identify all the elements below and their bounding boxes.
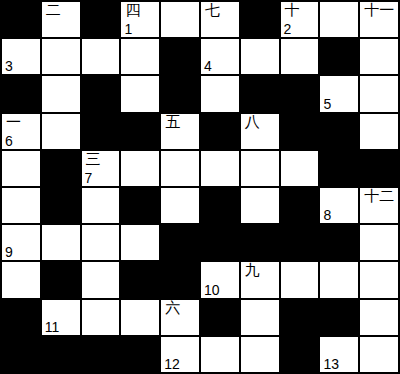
cell-r3c1 xyxy=(2,76,40,111)
cell-r3c7 xyxy=(241,76,279,111)
down-clue-number-cn: 三 xyxy=(86,151,101,168)
cell-r9c4[interactable] xyxy=(121,300,159,335)
cell-r5c6[interactable] xyxy=(201,151,239,186)
cell-r9c6 xyxy=(201,300,239,335)
cell-r6c9[interactable]: 8 xyxy=(320,188,358,223)
down-clue-number-cn: 七 xyxy=(205,2,220,19)
cell-r4c5[interactable]: 五 xyxy=(161,114,199,149)
cell-r6c6 xyxy=(201,188,239,223)
cell-r7c3[interactable] xyxy=(82,225,120,260)
down-clue-number-cn: 十一 xyxy=(364,2,394,19)
cell-r8c9[interactable] xyxy=(320,262,358,297)
cell-r4c3 xyxy=(82,114,120,149)
cell-r6c10[interactable]: 十二 xyxy=(360,188,398,223)
cell-r2c7[interactable] xyxy=(241,39,279,74)
down-clue-number-cn: 五 xyxy=(165,114,180,131)
cell-r4c4 xyxy=(121,114,159,149)
cell-r8c10[interactable] xyxy=(360,262,398,297)
cell-r6c5[interactable] xyxy=(161,188,199,223)
cell-r9c10[interactable] xyxy=(360,300,398,335)
down-clue-number-cn: 一 xyxy=(6,114,21,131)
cell-r7c10[interactable] xyxy=(360,225,398,260)
cell-r10c8 xyxy=(281,337,319,372)
cell-r1c2[interactable]: 二 xyxy=(42,2,80,37)
cell-r2c5 xyxy=(161,39,199,74)
across-clue-number: 12 xyxy=(164,356,180,372)
cell-r2c4[interactable] xyxy=(121,39,159,74)
cell-r8c4 xyxy=(121,262,159,297)
cell-r4c1[interactable]: 一6 xyxy=(2,114,40,149)
cell-r4c10[interactable] xyxy=(360,114,398,149)
down-clue-number-cn: 八 xyxy=(245,114,260,131)
cell-r6c2 xyxy=(42,188,80,223)
cell-r8c6[interactable]: 10 xyxy=(201,262,239,297)
cell-r9c5[interactable]: 六 xyxy=(161,300,199,335)
cell-r3c9[interactable]: 5 xyxy=(320,76,358,111)
cell-r1c6[interactable]: 七 xyxy=(201,2,239,37)
cell-r1c9[interactable] xyxy=(320,2,358,37)
cell-r7c1[interactable]: 9 xyxy=(2,225,40,260)
cell-r10c2 xyxy=(42,337,80,372)
cell-r2c6[interactable]: 4 xyxy=(201,39,239,74)
cell-r10c4 xyxy=(121,337,159,372)
cell-r5c10 xyxy=(360,151,398,186)
cell-r9c7[interactable] xyxy=(241,300,279,335)
cell-r7c2[interactable] xyxy=(42,225,80,260)
down-clue-number-cn: 四 xyxy=(125,2,140,19)
cell-r7c5 xyxy=(161,225,199,260)
cell-r10c9[interactable]: 13 xyxy=(320,337,358,372)
cell-r2c10[interactable] xyxy=(360,39,398,74)
cell-r5c8[interactable] xyxy=(281,151,319,186)
cell-r1c5[interactable] xyxy=(161,2,199,37)
across-clue-number: 5 xyxy=(323,96,331,112)
cell-r9c8 xyxy=(281,300,319,335)
cell-r3c5 xyxy=(161,76,199,111)
cell-r3c8 xyxy=(281,76,319,111)
cell-r6c3[interactable] xyxy=(82,188,120,223)
cell-r7c8 xyxy=(281,225,319,260)
across-clue-number: 10 xyxy=(204,282,220,298)
across-clue-number: 8 xyxy=(323,207,331,223)
cell-r10c7[interactable] xyxy=(241,337,279,372)
cell-r2c8[interactable] xyxy=(281,39,319,74)
crossword-board: 二四1七十2十一345一6五八三78十二910九11六1213 xyxy=(0,0,400,374)
across-clue-number: 2 xyxy=(284,21,292,37)
cell-r8c5 xyxy=(161,262,199,297)
cell-r1c1 xyxy=(2,2,40,37)
cell-r10c5[interactable]: 12 xyxy=(161,337,199,372)
cell-r2c3[interactable] xyxy=(82,39,120,74)
cell-r4c6 xyxy=(201,114,239,149)
cell-r5c9 xyxy=(320,151,358,186)
cell-r10c10[interactable] xyxy=(360,337,398,372)
cell-r5c4[interactable] xyxy=(121,151,159,186)
cell-r3c10[interactable] xyxy=(360,76,398,111)
cell-r9c2[interactable]: 11 xyxy=(42,300,80,335)
cell-r4c8 xyxy=(281,114,319,149)
cell-r6c1[interactable] xyxy=(2,188,40,223)
cell-r1c10[interactable]: 十一 xyxy=(360,2,398,37)
cell-r4c9 xyxy=(320,114,358,149)
cell-r9c9 xyxy=(320,300,358,335)
cell-r7c9 xyxy=(320,225,358,260)
cell-r3c2[interactable] xyxy=(42,76,80,111)
down-clue-number-cn: 十二 xyxy=(364,188,394,205)
cell-r2c2[interactable] xyxy=(42,39,80,74)
across-clue-number: 1 xyxy=(124,21,132,37)
cell-r7c6 xyxy=(201,225,239,260)
cell-r7c4[interactable] xyxy=(121,225,159,260)
across-clue-number: 11 xyxy=(45,319,60,335)
cell-r5c7[interactable] xyxy=(241,151,279,186)
cell-r10c6[interactable] xyxy=(201,337,239,372)
cell-r7c7 xyxy=(241,225,279,260)
cell-r6c4 xyxy=(121,188,159,223)
across-clue-number: 7 xyxy=(85,170,93,186)
cell-r1c7 xyxy=(241,2,279,37)
across-clue-number: 9 xyxy=(5,244,13,260)
cell-r9c3[interactable] xyxy=(82,300,120,335)
cell-r1c8[interactable]: 十2 xyxy=(281,2,319,37)
down-clue-number-cn: 六 xyxy=(165,300,180,317)
cell-r3c3 xyxy=(82,76,120,111)
cell-r8c8[interactable] xyxy=(281,262,319,297)
cell-r3c6[interactable] xyxy=(201,76,239,111)
cell-r8c2 xyxy=(42,262,80,297)
cell-r4c7[interactable]: 八 xyxy=(241,114,279,149)
down-clue-number-cn: 二 xyxy=(46,2,61,19)
cell-r10c1 xyxy=(2,337,40,372)
cell-r8c3[interactable] xyxy=(82,262,120,297)
cell-r9c1 xyxy=(2,300,40,335)
crossword-page: 二四1七十2十一345一6五八三78十二910九11六1213 xyxy=(0,0,400,374)
down-clue-number-cn: 九 xyxy=(245,262,260,279)
cell-r1c3 xyxy=(82,2,120,37)
cell-r5c2 xyxy=(42,151,80,186)
across-clue-number: 4 xyxy=(204,58,212,74)
cell-r5c1[interactable] xyxy=(2,151,40,186)
cell-r2c1[interactable]: 3 xyxy=(2,39,40,74)
cell-r3c4[interactable] xyxy=(121,76,159,111)
across-clue-number: 6 xyxy=(5,133,13,149)
cell-r1c4[interactable]: 四1 xyxy=(121,2,159,37)
cell-r6c7[interactable] xyxy=(241,188,279,223)
across-clue-number: 13 xyxy=(323,356,339,372)
cell-r5c3[interactable]: 三7 xyxy=(82,151,120,186)
cell-r8c7[interactable]: 九 xyxy=(241,262,279,297)
across-clue-number: 3 xyxy=(5,58,13,74)
cell-r4c2[interactable] xyxy=(42,114,80,149)
cell-r6c8 xyxy=(281,188,319,223)
cell-r10c3 xyxy=(82,337,120,372)
cell-r2c9 xyxy=(320,39,358,74)
cell-r8c1[interactable] xyxy=(2,262,40,297)
cell-r5c5[interactable] xyxy=(161,151,199,186)
down-clue-number-cn: 十 xyxy=(285,2,300,19)
